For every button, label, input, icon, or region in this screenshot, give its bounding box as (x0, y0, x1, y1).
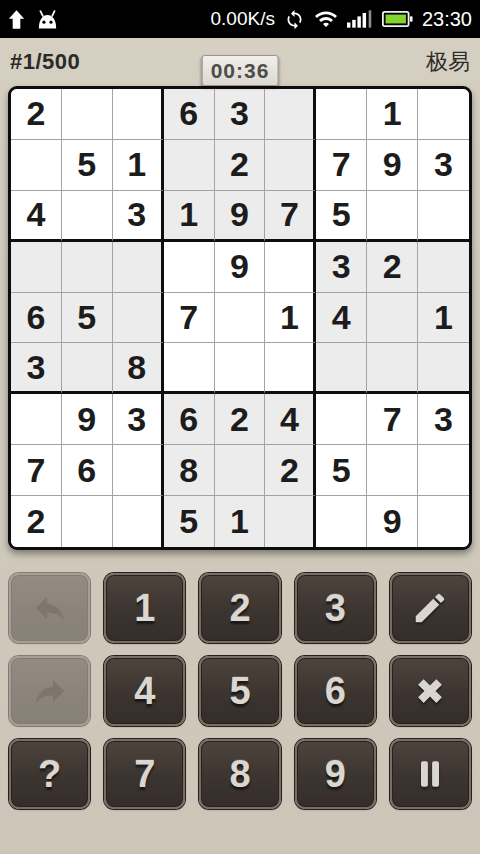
cell-r2c6[interactable] (265, 140, 316, 191)
wifi-icon (314, 10, 338, 28)
cell-r9c8[interactable]: 9 (367, 496, 418, 547)
keypad-label-3: 3 (325, 589, 346, 627)
cell-r2c2[interactable]: 5 (62, 140, 113, 191)
cell-r7c6[interactable]: 4 (265, 394, 316, 445)
cell-r1c6[interactable] (265, 89, 316, 140)
cell-r5c8[interactable] (367, 293, 418, 344)
network-speed: 0.00K/s (211, 8, 275, 30)
status-bar: 0.00K/s 23:30 (0, 0, 480, 38)
cell-r6c1[interactable]: 3 (11, 343, 62, 394)
cell-r1c9[interactable] (418, 89, 469, 140)
cell-r3c3[interactable]: 3 (113, 191, 164, 242)
cell-r3c8[interactable] (367, 191, 418, 242)
cell-r4c8[interactable]: 2 (367, 242, 418, 293)
keypad-label-2: 2 (229, 589, 250, 627)
cell-r6c2[interactable] (62, 343, 113, 394)
cell-r7c2[interactable]: 9 (62, 394, 113, 445)
cell-r1c1[interactable]: 2 (11, 89, 62, 140)
cell-r3c1[interactable]: 4 (11, 191, 62, 242)
cell-r7c4[interactable]: 6 (164, 394, 215, 445)
cell-r8c3[interactable] (113, 445, 164, 496)
cell-r5c3[interactable] (113, 293, 164, 344)
cell-r1c5[interactable]: 3 (215, 89, 266, 140)
cell-r2c5[interactable]: 2 (215, 140, 266, 191)
cell-r4c2[interactable] (62, 242, 113, 293)
cell-r2c3[interactable]: 1 (113, 140, 164, 191)
keypad-button-hint[interactable]: ? (9, 739, 90, 809)
keypad-button-2[interactable]: 2 (199, 573, 280, 643)
keypad-label-6: 6 (325, 672, 346, 710)
undo-icon (29, 589, 71, 627)
sync-icon (284, 9, 305, 30)
android-robot-icon (34, 8, 61, 30)
cell-r4c6[interactable] (265, 242, 316, 293)
board-wrap: 2631512793431975932657141389362473768252… (0, 86, 480, 550)
cell-r6c5[interactable] (215, 343, 266, 394)
keypad-button-4[interactable]: 4 (104, 656, 185, 726)
cell-r3c2[interactable] (62, 191, 113, 242)
redo-icon (29, 672, 71, 710)
cell-r6c3[interactable]: 8 (113, 343, 164, 394)
cell-r8c6[interactable]: 2 (265, 445, 316, 496)
clock: 23:30 (422, 8, 472, 31)
keypad-button-pencil[interactable] (390, 573, 471, 643)
cell-r3c9[interactable] (418, 191, 469, 242)
cell-r4c4[interactable] (164, 242, 215, 293)
timer-chip: 00:36 (202, 55, 279, 86)
keypad-button-8[interactable]: 8 (199, 739, 280, 809)
cell-r5c9[interactable]: 1 (418, 293, 469, 344)
cell-r5c1[interactable]: 6 (11, 293, 62, 344)
cell-r4c1[interactable] (11, 242, 62, 293)
cell-r9c7[interactable] (316, 496, 367, 547)
keypad-label-4: 4 (134, 672, 155, 710)
cell-r1c8[interactable]: 1 (367, 89, 418, 140)
cell-r3c5[interactable]: 9 (215, 191, 266, 242)
keypad-label-hint: ? (38, 755, 61, 793)
timer-value: 00:36 (211, 59, 270, 83)
upload-arrow-icon (8, 9, 25, 30)
cell-r5c7[interactable]: 4 (316, 293, 367, 344)
battery-icon (382, 11, 413, 27)
keypad-label-8: 8 (229, 755, 250, 793)
cell-r1c4[interactable]: 6 (164, 89, 215, 140)
cell-r1c7[interactable] (316, 89, 367, 140)
cell-r8c9[interactable] (418, 445, 469, 496)
difficulty-label: 极易 (426, 47, 470, 77)
keypad-label-5: 5 (229, 672, 250, 710)
cell-r1c3[interactable] (113, 89, 164, 140)
cell-r7c3[interactable]: 3 (113, 394, 164, 445)
cell-r7c1[interactable] (11, 394, 62, 445)
cell-r6c6[interactable] (265, 343, 316, 394)
cell-r8c5[interactable] (215, 445, 266, 496)
keypad-button-9[interactable]: 9 (295, 739, 376, 809)
cell-r3c7[interactable]: 5 (316, 191, 367, 242)
cell-r2c8[interactable]: 9 (367, 140, 418, 191)
keypad: 123456?789 (0, 573, 480, 809)
cell-r7c7[interactable] (316, 394, 367, 445)
keypad-label-9: 9 (325, 755, 346, 793)
cell-r6c7[interactable] (316, 343, 367, 394)
cell-r4c7[interactable]: 3 (316, 242, 367, 293)
keypad-button-clear[interactable] (390, 656, 471, 726)
cell-r4c9[interactable] (418, 242, 469, 293)
cell-r5c5[interactable] (215, 293, 266, 344)
clear-x-icon (411, 672, 449, 710)
cell-r2c4[interactable] (164, 140, 215, 191)
keypad-button-6[interactable]: 6 (295, 656, 376, 726)
cell-r9c4[interactable]: 5 (164, 496, 215, 547)
cell-r2c9[interactable]: 3 (418, 140, 469, 191)
cell-r7c5[interactable]: 2 (215, 394, 266, 445)
keypad-label-1: 1 (134, 589, 155, 627)
cell-r3c4[interactable]: 1 (164, 191, 215, 242)
cell-r6c9[interactable] (418, 343, 469, 394)
cell-r9c9[interactable] (418, 496, 469, 547)
cell-r9c5[interactable]: 1 (215, 496, 266, 547)
signal-strength-icon (347, 10, 373, 28)
game-header: #1/500 00:36 极易 (0, 38, 480, 86)
keypad-button-pause[interactable] (390, 739, 471, 809)
cell-r9c1[interactable]: 2 (11, 496, 62, 547)
pencil-icon (411, 589, 449, 627)
keypad-button-5[interactable]: 5 (199, 656, 280, 726)
cell-r9c6[interactable] (265, 496, 316, 547)
sudoku-board: 2631512793431975932657141389362473768252… (8, 86, 472, 550)
cell-r8c4[interactable]: 8 (164, 445, 215, 496)
puzzle-counter: #1/500 (10, 49, 80, 75)
cell-r8c1[interactable]: 7 (11, 445, 62, 496)
cell-r7c9[interactable]: 3 (418, 394, 469, 445)
keypad-button-7[interactable]: 7 (104, 739, 185, 809)
cell-r9c2[interactable] (62, 496, 113, 547)
cell-r4c5[interactable]: 9 (215, 242, 266, 293)
cell-r4c3[interactable] (113, 242, 164, 293)
keypad-button-3[interactable]: 3 (295, 573, 376, 643)
cell-r5c2[interactable]: 5 (62, 293, 113, 344)
cell-r8c7[interactable]: 5 (316, 445, 367, 496)
cell-r5c6[interactable]: 1 (265, 293, 316, 344)
cell-r8c8[interactable] (367, 445, 418, 496)
cell-r2c1[interactable] (11, 140, 62, 191)
keypad-label-7: 7 (134, 755, 155, 793)
pause-icon (412, 756, 448, 792)
keypad-button-redo[interactable] (9, 656, 90, 726)
keypad-button-1[interactable]: 1 (104, 573, 185, 643)
cell-r8c2[interactable]: 6 (62, 445, 113, 496)
cell-r3c6[interactable]: 7 (265, 191, 316, 242)
cell-r2c7[interactable]: 7 (316, 140, 367, 191)
cell-r5c4[interactable]: 7 (164, 293, 215, 344)
cell-r6c8[interactable] (367, 343, 418, 394)
keypad-button-undo[interactable] (9, 573, 90, 643)
cell-r1c2[interactable] (62, 89, 113, 140)
cell-r6c4[interactable] (164, 343, 215, 394)
cell-r7c8[interactable]: 7 (367, 394, 418, 445)
cell-r9c3[interactable] (113, 496, 164, 547)
